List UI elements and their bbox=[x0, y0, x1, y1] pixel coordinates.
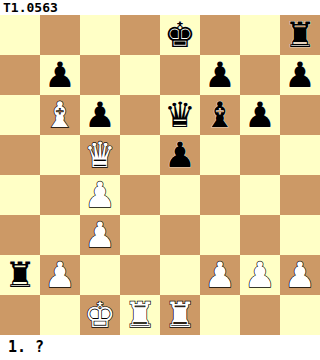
piece-white-queen: ♛ bbox=[80, 135, 120, 175]
square-b4[interactable] bbox=[40, 175, 80, 215]
square-b1[interactable] bbox=[40, 295, 80, 335]
square-f7[interactable]: ♟ bbox=[200, 55, 240, 95]
square-a3[interactable] bbox=[0, 215, 40, 255]
piece-black-pawn: ♟ bbox=[80, 95, 120, 135]
square-g8[interactable] bbox=[240, 15, 280, 55]
square-f3[interactable] bbox=[200, 215, 240, 255]
square-d6[interactable] bbox=[120, 95, 160, 135]
square-e4[interactable] bbox=[160, 175, 200, 215]
square-d7[interactable] bbox=[120, 55, 160, 95]
square-c1[interactable]: ♚ bbox=[80, 295, 120, 335]
square-e1[interactable]: ♜ bbox=[160, 295, 200, 335]
square-h3[interactable] bbox=[280, 215, 320, 255]
square-c7[interactable] bbox=[80, 55, 120, 95]
square-b8[interactable] bbox=[40, 15, 80, 55]
piece-black-rook: ♜ bbox=[0, 255, 40, 295]
square-b6[interactable]: ♝ bbox=[40, 95, 80, 135]
piece-white-bishop: ♝ bbox=[40, 95, 80, 135]
square-a1[interactable] bbox=[0, 295, 40, 335]
piece-white-pawn: ♟ bbox=[80, 215, 120, 255]
square-a6[interactable] bbox=[0, 95, 40, 135]
square-h7[interactable]: ♟ bbox=[280, 55, 320, 95]
square-h5[interactable] bbox=[280, 135, 320, 175]
square-c3[interactable]: ♟ bbox=[80, 215, 120, 255]
piece-white-king: ♚ bbox=[80, 295, 120, 335]
square-d8[interactable] bbox=[120, 15, 160, 55]
piece-white-pawn: ♟ bbox=[40, 255, 80, 295]
square-g2[interactable]: ♟ bbox=[240, 255, 280, 295]
square-d3[interactable] bbox=[120, 215, 160, 255]
square-g3[interactable] bbox=[240, 215, 280, 255]
piece-black-pawn: ♟ bbox=[160, 135, 200, 175]
square-h2[interactable]: ♟ bbox=[280, 255, 320, 295]
square-f5[interactable] bbox=[200, 135, 240, 175]
square-a4[interactable] bbox=[0, 175, 40, 215]
piece-black-rook: ♜ bbox=[280, 15, 320, 55]
piece-black-queen: ♛ bbox=[160, 95, 200, 135]
piece-white-pawn: ♟ bbox=[80, 175, 120, 215]
piece-black-king: ♚ bbox=[160, 15, 200, 55]
piece-white-rook: ♜ bbox=[160, 295, 200, 335]
square-e8[interactable]: ♚ bbox=[160, 15, 200, 55]
square-a5[interactable] bbox=[0, 135, 40, 175]
square-b2[interactable]: ♟ bbox=[40, 255, 80, 295]
piece-white-pawn: ♟ bbox=[240, 255, 280, 295]
square-e3[interactable] bbox=[160, 215, 200, 255]
piece-white-pawn: ♟ bbox=[200, 255, 240, 295]
piece-black-bishop: ♝ bbox=[200, 95, 240, 135]
square-e5[interactable]: ♟ bbox=[160, 135, 200, 175]
piece-white-rook: ♜ bbox=[120, 295, 160, 335]
square-c2[interactable] bbox=[80, 255, 120, 295]
square-d4[interactable] bbox=[120, 175, 160, 215]
square-h1[interactable] bbox=[280, 295, 320, 335]
square-b5[interactable] bbox=[40, 135, 80, 175]
square-d5[interactable] bbox=[120, 135, 160, 175]
square-a7[interactable] bbox=[0, 55, 40, 95]
square-g1[interactable] bbox=[240, 295, 280, 335]
square-g7[interactable] bbox=[240, 55, 280, 95]
square-e7[interactable] bbox=[160, 55, 200, 95]
move-prompt: 1. ? bbox=[0, 335, 320, 360]
piece-black-pawn: ♟ bbox=[280, 55, 320, 95]
piece-black-pawn: ♟ bbox=[200, 55, 240, 95]
square-g4[interactable] bbox=[240, 175, 280, 215]
puzzle-title: T1.0563 bbox=[0, 0, 320, 15]
piece-black-pawn: ♟ bbox=[40, 55, 80, 95]
square-e2[interactable] bbox=[160, 255, 200, 295]
square-h8[interactable]: ♜ bbox=[280, 15, 320, 55]
square-d2[interactable] bbox=[120, 255, 160, 295]
square-c4[interactable]: ♟ bbox=[80, 175, 120, 215]
square-e6[interactable]: ♛ bbox=[160, 95, 200, 135]
square-b3[interactable] bbox=[40, 215, 80, 255]
square-a2[interactable]: ♜ bbox=[0, 255, 40, 295]
square-f8[interactable] bbox=[200, 15, 240, 55]
square-f2[interactable]: ♟ bbox=[200, 255, 240, 295]
piece-black-pawn: ♟ bbox=[240, 95, 280, 135]
square-c5[interactable]: ♛ bbox=[80, 135, 120, 175]
square-a8[interactable] bbox=[0, 15, 40, 55]
square-f4[interactable] bbox=[200, 175, 240, 215]
square-h6[interactable] bbox=[280, 95, 320, 135]
square-h4[interactable] bbox=[280, 175, 320, 215]
square-g6[interactable]: ♟ bbox=[240, 95, 280, 135]
chess-board: ♚♜♟♟♟♝♟♛♝♟♛♟♟♟♜♟♟♟♟♚♜♜ bbox=[0, 15, 320, 335]
square-g5[interactable] bbox=[240, 135, 280, 175]
square-c8[interactable] bbox=[80, 15, 120, 55]
square-d1[interactable]: ♜ bbox=[120, 295, 160, 335]
square-f6[interactable]: ♝ bbox=[200, 95, 240, 135]
square-b7[interactable]: ♟ bbox=[40, 55, 80, 95]
square-f1[interactable] bbox=[200, 295, 240, 335]
square-c6[interactable]: ♟ bbox=[80, 95, 120, 135]
piece-white-pawn: ♟ bbox=[280, 255, 320, 295]
